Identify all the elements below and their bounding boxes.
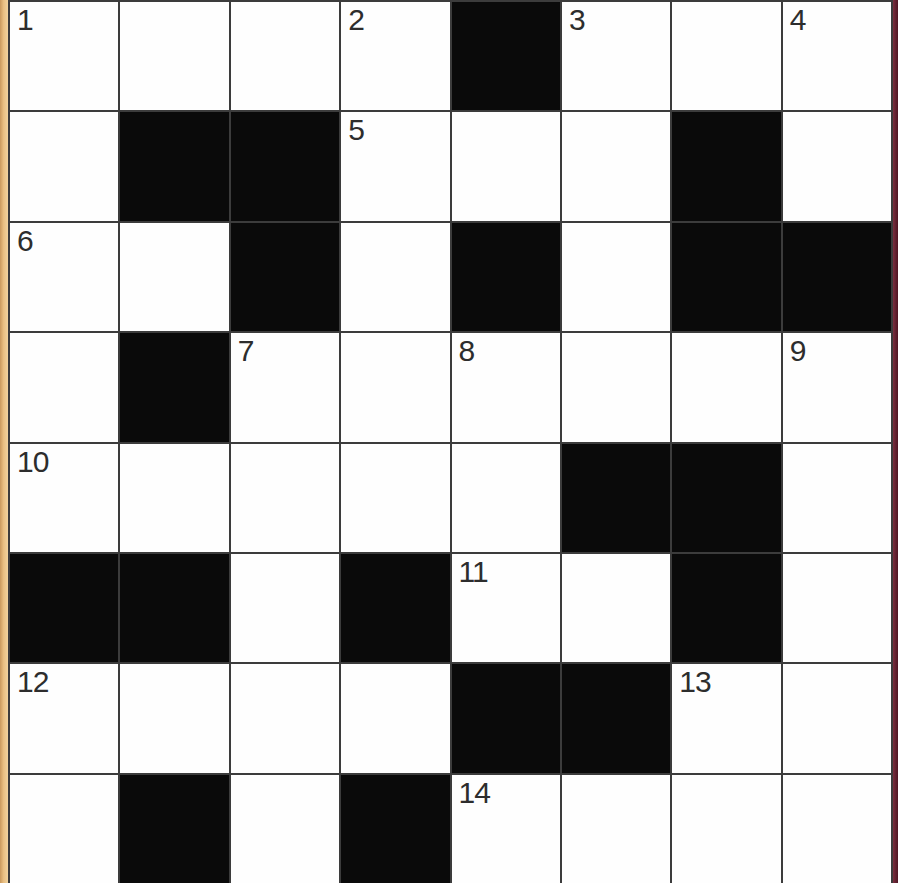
cell-r6c3[interactable]	[231, 554, 339, 662]
cell-r8c6[interactable]	[562, 775, 670, 883]
cell-r5c4[interactable]	[341, 444, 449, 552]
cell-r5c7	[672, 444, 780, 552]
cell-r4c5[interactable]: 8	[452, 333, 560, 441]
cell-r8c5[interactable]: 14	[452, 775, 560, 883]
cell-r7c4[interactable]	[341, 664, 449, 772]
cell-r8c4	[341, 775, 449, 883]
cell-r5c6	[562, 444, 670, 552]
cell-r6c2	[120, 554, 228, 662]
cell-r6c5[interactable]: 11	[452, 554, 560, 662]
clue-number: 5	[348, 113, 364, 146]
cell-r6c4	[341, 554, 449, 662]
cell-r5c1[interactable]: 10	[10, 444, 118, 552]
page-right-edge	[893, 0, 898, 883]
cell-r8c2	[120, 775, 228, 883]
cell-r4c1[interactable]	[10, 333, 118, 441]
clue-number: 10	[17, 445, 48, 478]
cell-r8c3[interactable]	[231, 775, 339, 883]
cell-r5c5[interactable]	[452, 444, 560, 552]
cell-r4c4[interactable]	[341, 333, 449, 441]
cell-r1c6[interactable]: 3	[562, 2, 670, 110]
cell-r8c8[interactable]	[783, 775, 891, 883]
cell-r3c1[interactable]: 6	[10, 223, 118, 331]
cell-r4c3[interactable]: 7	[231, 333, 339, 441]
cell-r7c5	[452, 664, 560, 772]
cell-r6c6[interactable]	[562, 554, 670, 662]
clue-number: 3	[569, 3, 585, 36]
cell-r7c6	[562, 664, 670, 772]
clue-number: 11	[459, 555, 488, 588]
cell-r7c3[interactable]	[231, 664, 339, 772]
cell-r2c4[interactable]: 5	[341, 112, 449, 220]
clue-number: 13	[679, 665, 710, 698]
cell-r7c2[interactable]	[120, 664, 228, 772]
cell-r7c1[interactable]: 12	[10, 664, 118, 772]
crossword-grid: 1234567891011121314	[8, 0, 893, 883]
cell-r4c7[interactable]	[672, 333, 780, 441]
cell-r1c2[interactable]	[120, 2, 228, 110]
cell-r2c7	[672, 112, 780, 220]
cell-r3c2[interactable]	[120, 223, 228, 331]
clue-number: 14	[459, 776, 490, 809]
cell-r4c2	[120, 333, 228, 441]
cell-r1c1[interactable]: 1	[10, 2, 118, 110]
crossword-page: 1234567891011121314	[0, 0, 898, 883]
clue-number: 1	[17, 3, 33, 36]
cell-r4c6[interactable]	[562, 333, 670, 441]
cell-r2c5[interactable]	[452, 112, 560, 220]
clue-number: 8	[459, 334, 475, 367]
cell-r3c5	[452, 223, 560, 331]
cell-r2c2	[120, 112, 228, 220]
cell-r3c7	[672, 223, 780, 331]
clue-number: 2	[348, 3, 364, 36]
page-left-margin	[0, 0, 8, 883]
cell-r5c3[interactable]	[231, 444, 339, 552]
cell-r3c8	[783, 223, 891, 331]
clue-number: 9	[790, 334, 806, 367]
cell-r6c1	[10, 554, 118, 662]
cell-r7c8[interactable]	[783, 664, 891, 772]
clue-number: 6	[17, 224, 33, 257]
cell-r5c8[interactable]	[783, 444, 891, 552]
clue-number: 7	[238, 334, 254, 367]
cell-r6c7	[672, 554, 780, 662]
cell-r8c7[interactable]	[672, 775, 780, 883]
cell-r1c8[interactable]: 4	[783, 2, 891, 110]
cell-r3c3	[231, 223, 339, 331]
clue-number: 4	[790, 3, 806, 36]
cell-r2c1[interactable]	[10, 112, 118, 220]
cell-r2c8[interactable]	[783, 112, 891, 220]
cell-r1c4[interactable]: 2	[341, 2, 449, 110]
cell-r3c6[interactable]	[562, 223, 670, 331]
cell-r8c1[interactable]	[10, 775, 118, 883]
cell-r4c8[interactable]: 9	[783, 333, 891, 441]
cell-r3c4[interactable]	[341, 223, 449, 331]
cell-r2c6[interactable]	[562, 112, 670, 220]
cell-r1c7[interactable]	[672, 2, 780, 110]
cell-r7c7[interactable]: 13	[672, 664, 780, 772]
cell-r5c2[interactable]	[120, 444, 228, 552]
clue-number: 12	[17, 665, 48, 698]
cell-r1c3[interactable]	[231, 2, 339, 110]
cell-r1c5	[452, 2, 560, 110]
cell-r6c8[interactable]	[783, 554, 891, 662]
cell-r2c3	[231, 112, 339, 220]
